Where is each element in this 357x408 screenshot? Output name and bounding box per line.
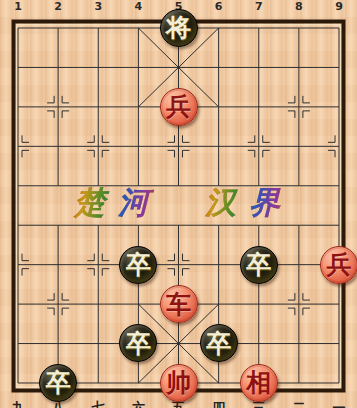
piece-red-elephant[interactable]: 相 (240, 364, 278, 402)
piece-black-soldier-2[interactable]: 卒 (240, 246, 278, 284)
piece-glyph: 帅 (166, 370, 191, 395)
piece-glyph: 兵 (327, 252, 352, 277)
piece-glyph: 卒 (126, 331, 151, 356)
piece-glyph: 卒 (246, 252, 271, 277)
piece-glyph: 车 (166, 292, 191, 317)
piece-black-soldier-1[interactable]: 卒 (119, 246, 157, 284)
piece-red-chariot[interactable]: 车 (160, 285, 198, 323)
piece-black-soldier-5[interactable]: 卒 (39, 364, 77, 402)
piece-glyph: 卒 (206, 331, 231, 356)
piece-red-soldier-1[interactable]: 兵 (160, 88, 198, 126)
piece-glyph: 卒 (126, 252, 151, 277)
piece-black-soldier-4[interactable]: 卒 (200, 324, 238, 362)
xiangqi-board: 123456789 九八七六五四三二一 楚河 汉界 将兵卒卒兵车卒卒卒帅相 (0, 0, 357, 408)
piece-glyph: 相 (246, 370, 271, 395)
piece-red-general[interactable]: 帅 (160, 364, 198, 402)
piece-black-general[interactable]: 将 (160, 9, 198, 47)
piece-red-soldier-2[interactable]: 兵 (320, 246, 357, 284)
piece-glyph: 将 (166, 15, 191, 40)
piece-layer: 将兵卒卒兵车卒卒卒帅相 (0, 8, 357, 402)
piece-glyph: 卒 (46, 370, 71, 395)
piece-glyph: 兵 (166, 94, 191, 119)
piece-black-soldier-3[interactable]: 卒 (119, 324, 157, 362)
